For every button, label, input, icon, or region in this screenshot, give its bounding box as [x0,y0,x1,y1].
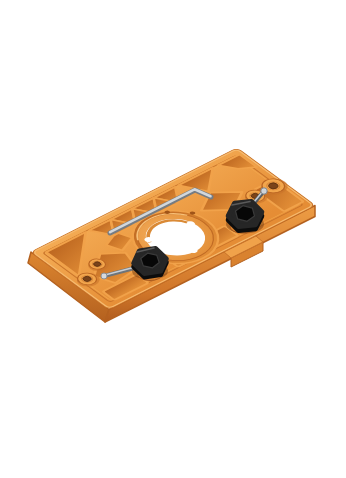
hex-nut-rear-right [226,201,264,233]
hex-nut-front-left [132,248,168,281]
screw-left-head [101,273,107,279]
product-photo [0,0,346,478]
screw-right-head [261,188,267,194]
jig-illustration [0,0,346,478]
